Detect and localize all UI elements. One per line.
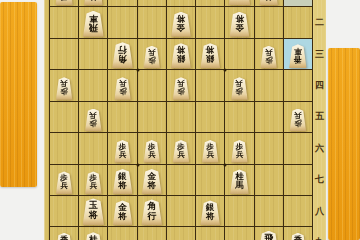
square-5-6[interactable]: 歩兵 xyxy=(167,133,196,164)
piece-sente-飛車[interactable]: 飛車 xyxy=(258,231,280,240)
square-6-5[interactable] xyxy=(138,102,167,133)
square-1-5[interactable]: 歩兵 xyxy=(284,102,313,133)
square-8-5[interactable]: 歩兵 xyxy=(79,102,108,133)
square-9-1[interactable]: 香車 xyxy=(50,0,79,7)
square-1-8[interactable] xyxy=(284,196,313,227)
square-3-4[interactable]: 歩兵 xyxy=(225,70,254,101)
piece-kanji: 歩兵 xyxy=(148,48,156,64)
piece-gote-歩兵[interactable]: 歩兵 xyxy=(85,109,103,132)
piece-kanji: 香車 xyxy=(60,236,68,240)
piece-sente-歩兵[interactable]: 歩兵 xyxy=(55,171,73,194)
piece-gote-香車[interactable]: 香車 xyxy=(55,0,74,5)
square-1-3[interactable]: 香車 xyxy=(284,39,313,70)
piece-kanji: 角行 xyxy=(147,202,156,221)
square-7-2[interactable] xyxy=(108,7,137,38)
square-7-3[interactable]: 角行 xyxy=(108,39,137,70)
piece-gote-歩兵[interactable]: 歩兵 xyxy=(114,77,132,100)
square-9-6[interactable] xyxy=(50,133,79,164)
piece-gote-銀将[interactable]: 銀将 xyxy=(200,43,221,68)
shogi-board: 香車桂馬王将桂馬飛車金将金将角行歩兵銀将銀将歩兵香車歩兵歩兵歩兵歩兵歩兵歩兵歩兵… xyxy=(44,0,326,240)
square-8-7[interactable]: 歩兵 xyxy=(79,165,108,196)
piece-sente-桂馬[interactable]: 桂馬 xyxy=(229,169,249,194)
piece-gote-飛車[interactable]: 飛車 xyxy=(82,11,104,37)
piece-kanji: 歩兵 xyxy=(90,111,98,127)
square-2-1[interactable]: 桂馬 xyxy=(255,0,284,7)
square-6-3[interactable]: 歩兵 xyxy=(138,39,167,70)
piece-sente-歩兵[interactable]: 歩兵 xyxy=(85,171,103,194)
piece-kanji: 歩兵 xyxy=(119,79,127,95)
square-4-1[interactable] xyxy=(196,0,225,7)
piece-gote-歩兵[interactable]: 歩兵 xyxy=(289,109,307,132)
square-2-2[interactable] xyxy=(255,7,284,38)
piece-gote-金将[interactable]: 金将 xyxy=(229,12,250,37)
piece-gote-歩兵[interactable]: 歩兵 xyxy=(55,77,73,100)
piece-kanji: 歩兵 xyxy=(60,79,68,95)
piece-kanji: 桂馬 xyxy=(89,235,98,240)
square-1-6[interactable] xyxy=(284,133,313,164)
square-5-4[interactable]: 歩兵 xyxy=(167,70,196,101)
piece-kanji: 玉将 xyxy=(89,201,98,220)
piece-kanji: 銀将 xyxy=(206,203,215,221)
square-4-2[interactable] xyxy=(196,7,225,38)
piece-sente-歩兵[interactable]: 歩兵 xyxy=(201,140,219,163)
square-4-7[interactable] xyxy=(196,165,225,196)
square-7-4[interactable]: 歩兵 xyxy=(108,70,137,101)
square-2-7[interactable] xyxy=(255,165,284,196)
piece-kanji: 歩兵 xyxy=(265,48,273,64)
rank-label-2: 二 xyxy=(313,17,326,27)
square-6-7[interactable]: 金将 xyxy=(138,165,167,196)
piece-kanji: 銀将 xyxy=(118,172,127,190)
square-8-8[interactable]: 玉将 xyxy=(79,196,108,227)
square-8-6[interactable] xyxy=(79,133,108,164)
square-2-5[interactable] xyxy=(255,102,284,133)
piece-sente-香車[interactable]: 香車 xyxy=(55,233,74,240)
square-9-4[interactable]: 歩兵 xyxy=(50,70,79,101)
square-8-1[interactable]: 桂馬 xyxy=(79,0,108,7)
square-3-6[interactable]: 歩兵 xyxy=(225,133,254,164)
square-7-5[interactable] xyxy=(108,102,137,133)
square-8-2[interactable]: 飛車 xyxy=(79,7,108,38)
square-6-4[interactable] xyxy=(138,70,167,101)
piece-sente-角行[interactable]: 角行 xyxy=(141,199,163,225)
square-4-5[interactable] xyxy=(196,102,225,133)
rank-label-4: 四 xyxy=(313,80,326,90)
piece-gote-歩兵[interactable]: 歩兵 xyxy=(260,46,278,69)
square-2-9[interactable]: 飛車 xyxy=(255,227,284,240)
square-7-1[interactable] xyxy=(108,0,137,7)
piece-sente-香車[interactable]: 香車 xyxy=(289,233,308,240)
square-4-8[interactable]: 銀将 xyxy=(196,196,225,227)
square-6-9[interactable] xyxy=(138,227,167,240)
piece-kanji: 角行 xyxy=(118,44,127,63)
piece-kanji: 金将 xyxy=(148,172,157,190)
board-grid: 香車桂馬王将桂馬飛車金将金将角行歩兵銀将銀将歩兵香車歩兵歩兵歩兵歩兵歩兵歩兵歩兵… xyxy=(49,0,313,240)
piece-kanji: 金将 xyxy=(235,14,244,32)
piece-kanji: 飛車 xyxy=(89,13,98,32)
piece-sente-歩兵[interactable]: 歩兵 xyxy=(172,140,190,163)
square-1-9[interactable]: 香車 xyxy=(284,227,313,240)
square-9-9[interactable]: 香車 xyxy=(50,227,79,240)
square-9-7[interactable]: 歩兵 xyxy=(50,165,79,196)
square-7-6[interactable]: 歩兵 xyxy=(108,133,137,164)
star-point xyxy=(224,163,227,166)
piece-sente-金将[interactable]: 金将 xyxy=(112,200,133,225)
square-8-4[interactable] xyxy=(79,70,108,101)
square-5-7[interactable] xyxy=(167,165,196,196)
piece-kanji: 金将 xyxy=(118,203,127,221)
piece-gote-桂馬[interactable]: 桂馬 xyxy=(259,0,279,5)
square-6-2[interactable] xyxy=(138,7,167,38)
piece-kanji: 歩兵 xyxy=(177,79,185,95)
piece-gote-歩兵[interactable]: 歩兵 xyxy=(172,77,190,100)
square-6-8[interactable]: 角行 xyxy=(138,196,167,227)
piece-sente-銀将[interactable]: 銀将 xyxy=(200,200,221,225)
piece-kanji: 桂馬 xyxy=(235,172,244,190)
piece-sente-金将[interactable]: 金将 xyxy=(141,169,162,194)
piece-kanji: 銀将 xyxy=(206,45,215,63)
square-2-6[interactable] xyxy=(255,133,284,164)
square-2-3[interactable]: 歩兵 xyxy=(255,39,284,70)
square-3-8[interactable] xyxy=(225,196,254,227)
square-6-1[interactable] xyxy=(138,0,167,7)
square-6-6[interactable]: 歩兵 xyxy=(138,133,167,164)
piece-gote-歩兵[interactable]: 歩兵 xyxy=(143,46,161,69)
piece-kanji: 歩兵 xyxy=(90,174,98,190)
piece-kanji: 銀将 xyxy=(177,45,186,63)
piece-gote-香車[interactable]: 香車 xyxy=(289,44,308,68)
piece-kanji: 金将 xyxy=(177,14,186,32)
square-3-9[interactable] xyxy=(225,227,254,240)
square-9-5[interactable] xyxy=(50,102,79,133)
star-point xyxy=(136,69,139,72)
piece-sente-玉将[interactable]: 玉将 xyxy=(82,198,105,225)
piece-sente-桂馬[interactable]: 桂馬 xyxy=(83,232,103,240)
piece-kanji: 香車 xyxy=(294,236,302,240)
square-1-4[interactable] xyxy=(284,70,313,101)
piece-kanji: 歩兵 xyxy=(148,143,156,159)
star-point xyxy=(136,163,139,166)
rank-label-strip: 一二三四五六七八九 xyxy=(313,0,326,240)
square-5-8[interactable] xyxy=(167,196,196,227)
square-7-8[interactable]: 金将 xyxy=(108,196,137,227)
piece-kanji: 飛車 xyxy=(264,234,273,240)
rank-label-8: 八 xyxy=(313,206,326,216)
piece-kanji: 桂馬 xyxy=(264,0,273,1)
sente-komadai[interactable] xyxy=(328,48,360,240)
piece-sente-歩兵[interactable]: 歩兵 xyxy=(143,140,161,163)
square-4-4[interactable] xyxy=(196,70,225,101)
square-5-9[interactable] xyxy=(167,227,196,240)
square-5-1[interactable] xyxy=(167,0,196,7)
piece-sente-歩兵[interactable]: 歩兵 xyxy=(114,140,132,163)
square-4-3[interactable]: 銀将 xyxy=(196,39,225,70)
square-7-9[interactable] xyxy=(108,227,137,240)
piece-gote-角行[interactable]: 角行 xyxy=(112,42,134,68)
square-4-9[interactable] xyxy=(196,227,225,240)
piece-kanji: 香車 xyxy=(294,46,302,63)
square-9-3[interactable] xyxy=(50,39,79,70)
piece-kanji: 歩兵 xyxy=(119,143,127,159)
square-9-2[interactable] xyxy=(50,7,79,38)
piece-kanji: 歩兵 xyxy=(177,143,185,159)
piece-kanji: 歩兵 xyxy=(294,111,302,127)
gote-komadai[interactable] xyxy=(0,2,37,187)
square-1-1[interactable] xyxy=(284,0,313,7)
square-3-7[interactable]: 桂馬 xyxy=(225,165,254,196)
piece-kanji: 桂馬 xyxy=(89,0,98,1)
square-9-8[interactable] xyxy=(50,196,79,227)
square-5-5[interactable] xyxy=(167,102,196,133)
square-5-3[interactable]: 銀将 xyxy=(167,39,196,70)
piece-gote-歩兵[interactable]: 歩兵 xyxy=(231,77,249,100)
piece-gote-銀将[interactable]: 銀将 xyxy=(170,43,191,68)
star-point xyxy=(224,69,227,72)
square-8-3[interactable] xyxy=(79,39,108,70)
rank-label-6: 六 xyxy=(313,143,326,153)
piece-gote-王将[interactable]: 王将 xyxy=(228,0,251,5)
rank-label-5: 五 xyxy=(313,111,326,121)
square-3-3[interactable] xyxy=(225,39,254,70)
square-1-2[interactable] xyxy=(284,7,313,38)
piece-sente-銀将[interactable]: 銀将 xyxy=(112,169,133,194)
piece-kanji: 歩兵 xyxy=(60,174,68,190)
square-7-7[interactable]: 銀将 xyxy=(108,165,137,196)
shogi-app: { "game": "shogi", "board_ui": { "rank_l… xyxy=(0,0,360,240)
square-3-5[interactable] xyxy=(225,102,254,133)
piece-kanji: 歩兵 xyxy=(236,143,244,159)
rank-label-3: 三 xyxy=(313,49,326,59)
square-3-1[interactable]: 王将 xyxy=(225,0,254,7)
square-5-2[interactable]: 金将 xyxy=(167,7,196,38)
square-2-8[interactable] xyxy=(255,196,284,227)
piece-kanji: 歩兵 xyxy=(206,143,214,159)
piece-gote-金将[interactable]: 金将 xyxy=(170,12,191,37)
square-4-6[interactable]: 歩兵 xyxy=(196,133,225,164)
square-8-9[interactable]: 桂馬 xyxy=(79,227,108,240)
rank-label-7: 七 xyxy=(313,174,326,184)
square-3-2[interactable]: 金将 xyxy=(225,7,254,38)
piece-gote-桂馬[interactable]: 桂馬 xyxy=(83,0,103,5)
square-1-7[interactable] xyxy=(284,165,313,196)
piece-kanji: 歩兵 xyxy=(236,79,244,95)
piece-sente-歩兵[interactable]: 歩兵 xyxy=(231,140,249,163)
square-2-4[interactable] xyxy=(255,70,284,101)
